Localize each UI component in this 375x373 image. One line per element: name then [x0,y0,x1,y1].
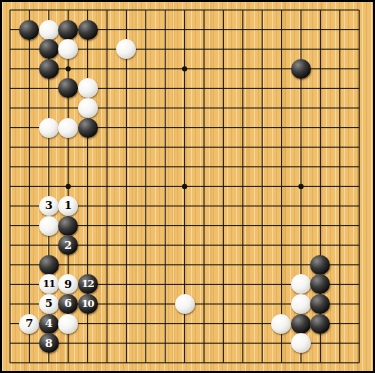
stone-black [58,20,78,40]
stone-black [39,39,59,59]
stone-black-move-8: 8 [39,333,59,353]
board-canvas: 312119125610748 [0,0,375,373]
stone-white-move-5: 5 [39,294,59,314]
stone-white [175,294,195,314]
stone-black [291,314,311,334]
stone-black [78,20,98,40]
stone-white [291,294,311,314]
stone-white-move-1: 1 [58,196,78,216]
stone-white-move-11: 11 [39,274,59,294]
stone-black [39,255,59,275]
stone-white-move-9: 9 [58,274,78,294]
stone-black-move-4: 4 [39,314,59,334]
stone-white [271,314,291,334]
stone-white [58,39,78,59]
stone-white [39,216,59,236]
stone-black-move-2: 2 [58,235,78,255]
stone-black [310,255,330,275]
stone-black [310,294,330,314]
stone-white [291,274,311,294]
stone-black [19,20,39,40]
go-board[interactable]: 312119125610748 [0,0,368,372]
stone-black [39,59,59,79]
stone-black [78,118,98,138]
stone-black-move-6: 6 [58,294,78,314]
stone-black [310,314,330,334]
stone-black [310,274,330,294]
stone-black [58,78,78,98]
stone-white [291,333,311,353]
stone-white [39,118,59,138]
stone-white [116,39,136,59]
stone-white [58,118,78,138]
stone-white [78,98,98,118]
stone-black-move-10: 10 [78,294,98,314]
stone-white [78,78,98,98]
stone-white [58,314,78,334]
stone-white-move-7: 7 [19,314,39,334]
stone-black [58,216,78,236]
stone-black [291,59,311,79]
stone-white-move-3: 3 [39,196,59,216]
stone-white [39,20,59,40]
stone-black-move-12: 12 [78,274,98,294]
